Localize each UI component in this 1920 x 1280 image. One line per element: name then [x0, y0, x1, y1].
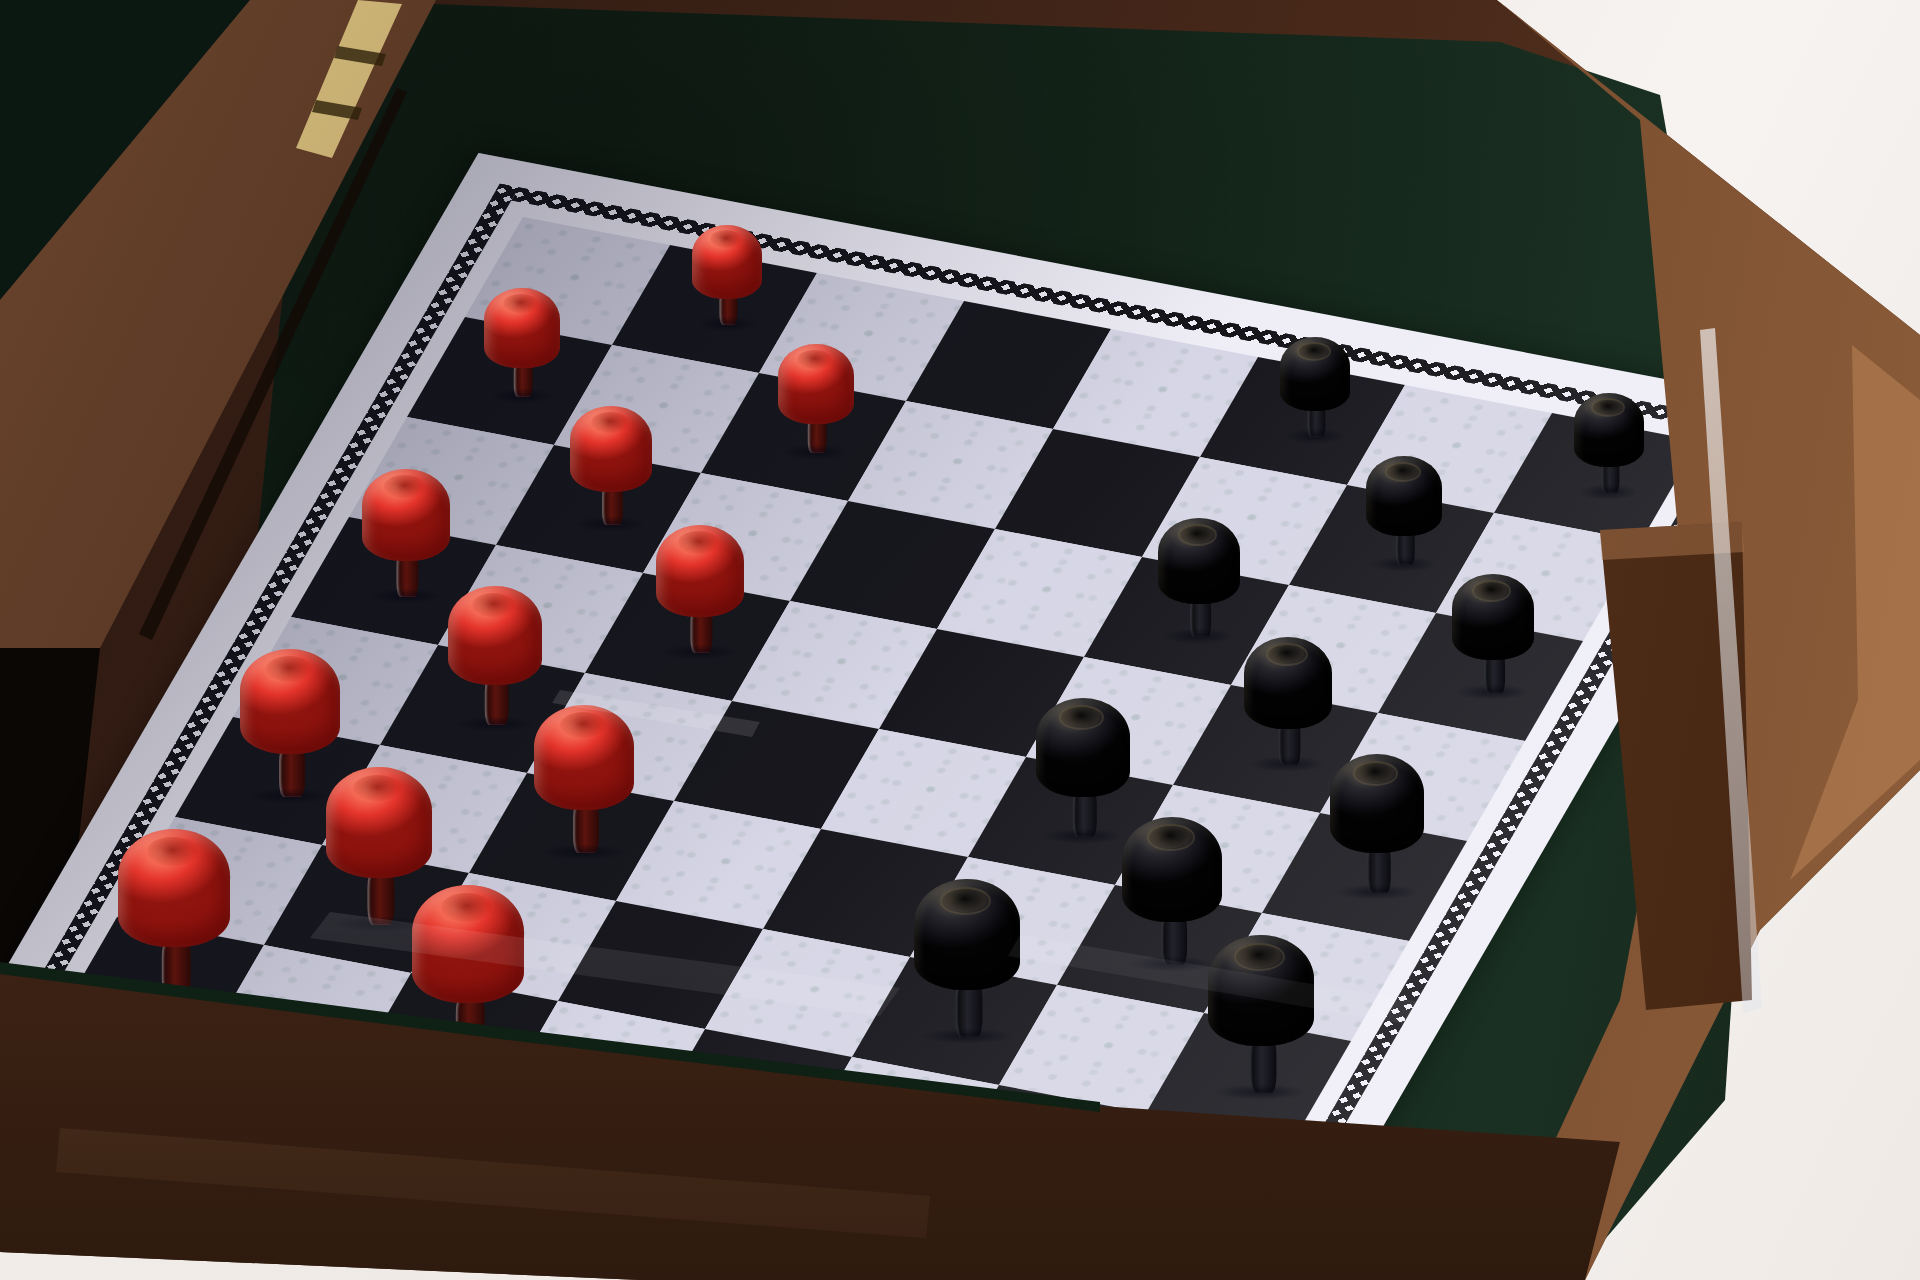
- red-checker-r6c3[interactable]: [534, 705, 634, 853]
- checker-cap: [1366, 456, 1442, 536]
- checker-cap: [240, 649, 340, 754]
- red-checker-r2c1[interactable]: [484, 288, 560, 397]
- black-checker-r5c8[interactable]: [1330, 754, 1424, 893]
- red-checker-r3c2[interactable]: [570, 406, 652, 525]
- checker-cap: [656, 525, 744, 617]
- red-checker-r4c1[interactable]: [362, 469, 450, 597]
- checker-cap: [914, 879, 1020, 990]
- checker-stem-reflection: [367, 870, 395, 925]
- checker-cap: [1158, 518, 1240, 604]
- checker-cap: [1036, 698, 1130, 797]
- checker-cap: [1122, 817, 1222, 922]
- black-checker-r3c8[interactable]: [1452, 574, 1534, 693]
- black-checker-r7c6[interactable]: [914, 879, 1020, 1037]
- checker-cap: [778, 344, 854, 424]
- black-checker-r6c7[interactable]: [1122, 817, 1222, 965]
- red-checker-r1c2[interactable]: [692, 225, 762, 325]
- red-checker-r2c3[interactable]: [778, 344, 854, 453]
- black-checker-r7c8[interactable]: [1208, 935, 1314, 1093]
- checker-stem-reflection: [455, 995, 484, 1053]
- checker-cap: [1208, 935, 1314, 1046]
- scene: [0, 0, 1920, 1280]
- black-checker-r3c6[interactable]: [1158, 518, 1240, 637]
- black-checker-r2c7[interactable]: [1366, 456, 1442, 565]
- checker-cap: [1330, 754, 1424, 853]
- checker-cap: [326, 767, 432, 878]
- red-checker-r8c1[interactable]: [118, 829, 230, 997]
- checker-stem-reflection: [1249, 1038, 1277, 1093]
- checker-cap: [362, 469, 450, 561]
- red-checker-r5c2[interactable]: [448, 586, 542, 725]
- black-checker-r1c8[interactable]: [1574, 393, 1644, 493]
- red-checker-r6c1[interactable]: [240, 649, 340, 797]
- black-checker-r4c7[interactable]: [1244, 637, 1332, 765]
- checker-cap: [484, 288, 560, 368]
- checker-cap: [118, 829, 230, 947]
- red-checker-r8c3[interactable]: [412, 885, 524, 1053]
- red-checker-r4c3[interactable]: [656, 525, 744, 653]
- checker-stem-reflection: [955, 982, 983, 1037]
- pieces-layer: [0, 0, 1920, 1280]
- checker-cap: [1244, 637, 1332, 729]
- checker-cap: [1574, 393, 1644, 467]
- checker-cap: [1280, 337, 1350, 411]
- checker-cap: [570, 406, 652, 492]
- black-checker-r5c6[interactable]: [1036, 698, 1130, 837]
- checker-cap: [412, 885, 524, 1003]
- checker-cap: [692, 225, 762, 299]
- checker-cap: [448, 586, 542, 685]
- checker-stem-reflection: [161, 939, 190, 997]
- checker-cap: [1452, 574, 1534, 660]
- checker-cap: [534, 705, 634, 810]
- black-checker-r1c6[interactable]: [1280, 337, 1350, 437]
